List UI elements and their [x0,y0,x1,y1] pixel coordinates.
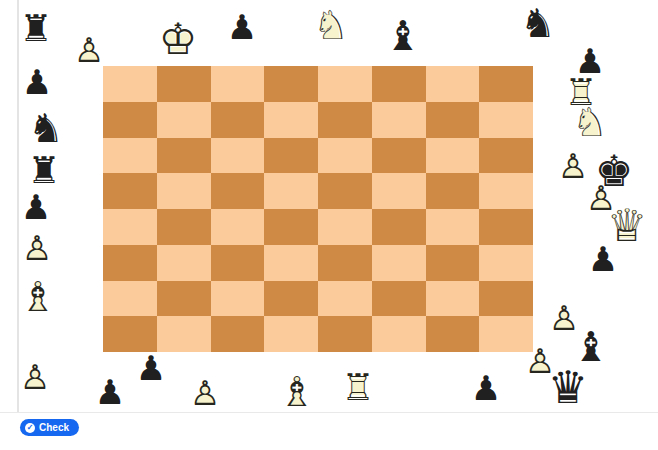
board-square[interactable] [211,138,265,174]
board-square[interactable] [211,316,265,352]
piece-white-rook[interactable]: ♜♖ [334,363,382,411]
board-square[interactable] [372,316,426,352]
piece-white-pawn[interactable]: ♟♙ [13,224,61,272]
piece-glyph-outline: ♙ [13,224,61,272]
piece-glyph: ♟ [218,3,266,51]
board-square[interactable] [318,316,372,352]
board-square[interactable] [372,138,426,174]
piece-glyph-outline: ♙ [65,26,113,74]
piece-white-pawn[interactable]: ♟♙ [11,353,59,401]
board-square[interactable] [426,209,480,245]
board-square[interactable] [426,173,480,209]
piece-glyph: ♝ [379,12,427,60]
check-button[interactable]: ✓ Check [20,419,79,436]
board-square[interactable] [426,281,480,317]
board-square[interactable] [426,316,480,352]
piece-black-knight[interactable]: ♞ [22,104,70,152]
board-square[interactable] [157,173,211,209]
board-square[interactable] [157,138,211,174]
board-square[interactable] [372,245,426,281]
board-square[interactable] [211,66,265,102]
board-square[interactable] [157,281,211,317]
piece-black-rook[interactable]: ♜ [12,4,60,52]
board-square[interactable] [372,209,426,245]
piece-black-pawn[interactable]: ♟ [579,235,627,283]
board-square[interactable] [103,138,157,174]
piece-glyph: ♜ [12,4,60,52]
board-square[interactable] [264,245,318,281]
piece-white-knight[interactable]: ♞♘ [566,98,614,146]
board-square[interactable] [103,173,157,209]
piece-white-king[interactable]: ♚♔ [154,15,202,63]
piece-glyph: ♟ [127,344,175,392]
board-square[interactable] [372,173,426,209]
piece-black-pawn[interactable]: ♟ [462,364,510,412]
piece-glyph-outline: ♙ [181,369,229,417]
board-square[interactable] [426,66,480,102]
piece-white-pawn[interactable]: ♟♙ [181,369,229,417]
board-square[interactable] [372,102,426,138]
piece-black-bishop[interactable]: ♝ [379,12,427,60]
board-square[interactable] [426,245,480,281]
board-square[interactable] [479,102,533,138]
board-square[interactable] [103,245,157,281]
board-square[interactable] [264,173,318,209]
piece-glyph-outline: ♙ [11,353,59,401]
board-square[interactable] [264,316,318,352]
piece-glyph: ♞ [22,104,70,152]
piece-glyph: ♞ [514,0,562,47]
piece-glyph: ♟ [579,235,627,283]
piece-glyph: ♛ [544,363,592,411]
board-square[interactable] [479,66,533,102]
piece-glyph: ♟ [462,364,510,412]
piece-glyph-outline: ♔ [154,15,202,63]
board-square[interactable] [264,102,318,138]
board-square[interactable] [264,281,318,317]
piece-white-pawn[interactable]: ♟♙ [65,26,113,74]
board-square[interactable] [264,209,318,245]
board-square[interactable] [211,245,265,281]
piece-black-pawn[interactable]: ♟ [127,344,175,392]
piece-white-knight[interactable]: ♞♘ [307,1,355,49]
board-square[interactable] [264,66,318,102]
piece-glyph: ♟ [13,58,61,106]
board-square[interactable] [318,102,372,138]
piece-white-bishop[interactable]: ♝♗ [14,273,62,321]
piece-black-pawn[interactable]: ♟ [218,3,266,51]
board-square[interactable] [479,281,533,317]
board-square[interactable] [211,281,265,317]
board-square[interactable] [372,66,426,102]
board-square[interactable] [157,102,211,138]
board-square[interactable] [157,209,211,245]
board-square[interactable] [479,209,533,245]
chess-board [103,66,533,352]
board-square[interactable] [479,173,533,209]
piece-glyph-outline: ♘ [566,98,614,146]
board-square[interactable] [103,102,157,138]
piece-black-pawn[interactable]: ♟ [13,58,61,106]
board-square[interactable] [372,281,426,317]
check-button-label: Check [39,422,69,433]
board-square[interactable] [318,281,372,317]
board-square[interactable] [157,66,211,102]
board-square[interactable] [318,245,372,281]
chess-setup-puzzle: ♜♟♙♚♔♟♞♘♝♞♟♟♞♜♟♟♙♝♗♟♙♜♖♞♘♟♙♚♟♙♛♕♟♟♙♝♟♙♛♟… [0,0,658,450]
board-square[interactable] [479,138,533,174]
piece-glyph-outline: ♘ [307,1,355,49]
piece-white-bishop[interactable]: ♝♗ [273,368,321,416]
piece-black-knight[interactable]: ♞ [514,0,562,47]
board-square[interactable] [264,138,318,174]
piece-black-queen[interactable]: ♛ [544,363,592,411]
board-square[interactable] [426,102,480,138]
board-square[interactable] [211,173,265,209]
board-square[interactable] [318,66,372,102]
board-square[interactable] [426,138,480,174]
board-square[interactable] [103,281,157,317]
board-square[interactable] [103,209,157,245]
check-circle-icon: ✓ [25,423,35,433]
board-square[interactable] [211,209,265,245]
footer-divider [0,412,658,413]
board-square[interactable] [211,102,265,138]
board-square[interactable] [318,209,372,245]
board-square[interactable] [157,245,211,281]
piece-glyph-outline: ♗ [273,368,321,416]
piece-glyph-outline: ♖ [334,363,382,411]
piece-glyph-outline: ♗ [14,273,62,321]
board-square[interactable] [479,245,533,281]
board-square[interactable] [318,138,372,174]
board-square[interactable] [318,173,372,209]
